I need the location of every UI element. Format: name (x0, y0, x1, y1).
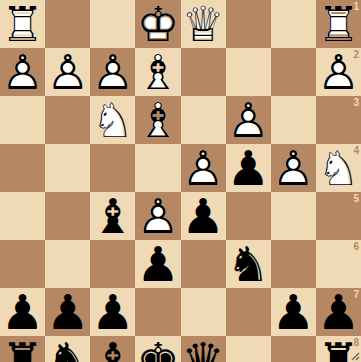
square-d8[interactable]: ♛d (181, 336, 226, 362)
piece-outline: ♖ (317, 0, 360, 48)
white-rook-piece[interactable]: ♜♖ (1, 0, 44, 48)
square-g6[interactable] (45, 240, 90, 288)
white-bishop-piece[interactable]: ♝♗ (136, 48, 179, 96)
black-bishop-piece[interactable]: ♝ (91, 336, 134, 362)
black-pawn-piece[interactable]: ♟ (317, 288, 360, 336)
piece-outline: ♙ (1, 48, 44, 96)
square-g4[interactable] (45, 144, 90, 192)
square-a3[interactable]: 3 (316, 96, 361, 144)
piece-outline: ♖ (1, 0, 44, 48)
white-knight-piece[interactable]: ♞♘ (317, 144, 360, 192)
square-e2[interactable]: ♝♗ (135, 48, 180, 96)
white-pawn-piece[interactable]: ♟♙ (46, 48, 89, 96)
square-f2[interactable]: ♟♙ (90, 48, 135, 96)
white-pawn-piece[interactable]: ♟♙ (182, 144, 225, 192)
white-queen-piece[interactable]: ♛♕ (182, 0, 225, 48)
square-h1[interactable]: ♜♖ (0, 0, 45, 48)
piece-outline: ♙ (272, 144, 315, 192)
black-pawn-piece[interactable]: ♟ (272, 288, 315, 336)
piece-outline: ♙ (182, 144, 225, 192)
white-pawn-piece[interactable]: ♟♙ (91, 48, 134, 96)
square-c7[interactable] (226, 288, 271, 336)
white-king-piece[interactable]: ♚♔ (136, 0, 179, 48)
black-pawn-piece[interactable]: ♟ (46, 288, 89, 336)
square-e6[interactable]: ♟ (135, 240, 180, 288)
square-c6[interactable]: ♞ (226, 240, 271, 288)
white-pawn-piece[interactable]: ♟♙ (272, 144, 315, 192)
rank-label-5: 5 (353, 194, 359, 204)
piece-outline: ♔ (136, 0, 179, 48)
piece-outline: ♙ (227, 96, 270, 144)
black-king-piece[interactable]: ♚ (136, 336, 179, 362)
piece-outline: ♙ (91, 48, 134, 96)
black-pawn-piece[interactable]: ♟ (182, 192, 225, 240)
square-f1[interactable] (90, 0, 135, 48)
square-e7[interactable] (135, 288, 180, 336)
black-bishop-piece[interactable]: ♝ (91, 192, 134, 240)
black-knight-piece[interactable]: ♞ (46, 336, 89, 362)
black-pawn-piece[interactable]: ♟ (91, 288, 134, 336)
square-f3[interactable]: ♞♘ (90, 96, 135, 144)
square-f7[interactable]: ♟ (90, 288, 135, 336)
square-d1[interactable]: ♛♕ (181, 0, 226, 48)
resize-handle-icon[interactable] (349, 350, 360, 361)
black-pawn-piece[interactable]: ♟ (136, 240, 179, 288)
square-b8[interactable]: b (271, 336, 316, 362)
square-d3[interactable] (181, 96, 226, 144)
square-c4[interactable]: ♟ (226, 144, 271, 192)
square-a5[interactable]: 5 (316, 192, 361, 240)
square-a7[interactable]: ♟7 (316, 288, 361, 336)
square-b1[interactable] (271, 0, 316, 48)
piece-outline: ♙ (136, 192, 179, 240)
piece-outline: ♘ (91, 96, 134, 144)
square-h6[interactable] (0, 240, 45, 288)
piece-outline: ♙ (317, 48, 360, 96)
square-e3[interactable]: ♝♗ (135, 96, 180, 144)
square-h3[interactable] (0, 96, 45, 144)
black-queen-piece[interactable]: ♛ (182, 336, 225, 362)
square-d4[interactable]: ♟♙ (181, 144, 226, 192)
square-f6[interactable] (90, 240, 135, 288)
piece-outline: ♗ (136, 48, 179, 96)
square-a6[interactable]: 6 (316, 240, 361, 288)
square-g1[interactable] (45, 0, 90, 48)
white-rook-piece[interactable]: ♜♖ (317, 0, 360, 48)
piece-outline: ♗ (136, 96, 179, 144)
square-g3[interactable] (45, 96, 90, 144)
square-b5[interactable] (271, 192, 316, 240)
square-a2[interactable]: ♟♙2 (316, 48, 361, 96)
square-e5[interactable]: ♟♙ (135, 192, 180, 240)
rank-label-3: 3 (353, 98, 359, 108)
black-pawn-piece[interactable]: ♟ (1, 288, 44, 336)
square-h4[interactable] (0, 144, 45, 192)
square-h2[interactable]: ♟♙ (0, 48, 45, 96)
square-b7[interactable]: ♟ (271, 288, 316, 336)
square-d2[interactable] (181, 48, 226, 96)
square-f8[interactable]: ♝f (90, 336, 135, 362)
square-c2[interactable] (226, 48, 271, 96)
black-rook-piece[interactable]: ♜ (1, 336, 44, 362)
chess-board: ♜♖♚♔♛♕♜♖1♟♙♟♙♟♙♝♗♟♙2♞♘♝♗♟♙3♟♙♟♟♙♞♘4♝♟♙♟5… (0, 0, 361, 362)
square-c5[interactable] (226, 192, 271, 240)
piece-outline: ♕ (182, 0, 225, 48)
white-bishop-piece[interactable]: ♝♗ (136, 96, 179, 144)
square-f5[interactable]: ♝ (90, 192, 135, 240)
square-c1[interactable] (226, 0, 271, 48)
white-pawn-piece[interactable]: ♟♙ (136, 192, 179, 240)
square-b6[interactable] (271, 240, 316, 288)
square-g7[interactable]: ♟ (45, 288, 90, 336)
square-f4[interactable] (90, 144, 135, 192)
square-h5[interactable] (0, 192, 45, 240)
white-pawn-piece[interactable]: ♟♙ (317, 48, 360, 96)
rank-label-6: 6 (353, 242, 359, 252)
square-d7[interactable] (181, 288, 226, 336)
piece-outline: ♙ (46, 48, 89, 96)
piece-outline: ♘ (317, 144, 360, 192)
square-c3[interactable]: ♟♙ (226, 96, 271, 144)
square-a1[interactable]: ♜♖1 (316, 0, 361, 48)
square-e1[interactable]: ♚♔ (135, 0, 180, 48)
square-b4[interactable]: ♟♙ (271, 144, 316, 192)
square-h8[interactable]: ♜h (0, 336, 45, 362)
white-knight-piece[interactable]: ♞♘ (91, 96, 134, 144)
square-d5[interactable]: ♟ (181, 192, 226, 240)
square-b3[interactable] (271, 96, 316, 144)
white-pawn-piece[interactable]: ♟♙ (1, 48, 44, 96)
square-a4[interactable]: ♞♘4 (316, 144, 361, 192)
square-g5[interactable] (45, 192, 90, 240)
square-b2[interactable] (271, 48, 316, 96)
black-pawn-piece[interactable]: ♟ (227, 144, 270, 192)
black-knight-piece[interactable]: ♞ (227, 240, 270, 288)
white-pawn-piece[interactable]: ♟♙ (227, 96, 270, 144)
square-d6[interactable] (181, 240, 226, 288)
square-e4[interactable] (135, 144, 180, 192)
square-g8[interactable]: ♞g (45, 336, 90, 362)
square-c8[interactable]: c (226, 336, 271, 362)
square-h7[interactable]: ♟ (0, 288, 45, 336)
square-g2[interactable]: ♟♙ (45, 48, 90, 96)
square-e8[interactable]: ♚e (135, 336, 180, 362)
